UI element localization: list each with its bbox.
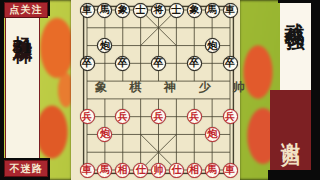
piece-卒-black: 卒 [223, 56, 238, 71]
dont-get-lost-banner: 不迷路 [4, 160, 48, 177]
piece-将-black: 将 [151, 3, 166, 18]
piece-兵-red: 兵 [187, 109, 202, 124]
piece-卒-black: 卒 [151, 56, 166, 71]
piece-象-black: 象 [115, 3, 130, 18]
piece-車-red: 車 [223, 163, 238, 178]
dont-get-lost-label: 不迷路 [10, 162, 43, 176]
piece-馬-black: 馬 [205, 3, 220, 18]
bottom-player-name: 谢岿 [278, 127, 304, 135]
piece-卒-black: 卒 [80, 56, 95, 71]
piece-兵-red: 兵 [80, 109, 95, 124]
piece-炮-black: 炮 [97, 38, 112, 53]
piece-炮-black: 炮 [205, 38, 220, 53]
top-player-name: 武俊强 [282, 7, 309, 19]
piece-馬-black: 馬 [97, 3, 112, 18]
piece-兵-red: 兵 [223, 109, 238, 124]
piece-士-black: 士 [133, 3, 148, 18]
piece-象-black: 象 [187, 3, 202, 18]
top-right-edge [278, 0, 320, 3]
left-edge-strip [0, 0, 4, 180]
piece-相-red: 相 [187, 163, 202, 178]
piece-卒-black: 卒 [115, 56, 130, 71]
follow-banner-label: 点关注 [10, 3, 43, 17]
episode-number: 31 [13, 36, 32, 58]
event-title: 杨官璘杯 [10, 21, 36, 33]
piece-兵-red: 兵 [151, 109, 166, 124]
top-player-panel: 武俊强 [280, 3, 311, 90]
piece-士-black: 士 [169, 3, 184, 18]
follow-banner: 点关注 [4, 2, 48, 18]
piece-仕-red: 仕 [169, 163, 184, 178]
piece-仕-red: 仕 [133, 163, 148, 178]
piece-炮-red: 炮 [97, 127, 112, 142]
piece-馬-red: 馬 [97, 163, 112, 178]
piece-車-red: 車 [80, 163, 95, 178]
piece-馬-red: 馬 [205, 163, 220, 178]
bottom-player-panel: 谢岿 [270, 90, 311, 172]
xiangqi-board: 象 棋 神 少 帅 車馬象士将士象馬車炮炮卒卒卒卒卒兵兵兵兵兵炮炮車馬相仕帅仕相… [71, 0, 240, 180]
piece-車-black: 車 [223, 3, 238, 18]
piece-帅-red: 帅 [151, 163, 166, 178]
piece-相-red: 相 [115, 163, 130, 178]
piece-兵-red: 兵 [115, 109, 130, 124]
video-frame: 象 棋 神 少 帅 車馬象士将士象馬車炮炮卒卒卒卒卒兵兵兵兵兵炮炮車馬相仕帅仕相… [0, 0, 320, 180]
piece-卒-black: 卒 [187, 56, 202, 71]
piece-車-black: 車 [80, 3, 95, 18]
piece-炮-red: 炮 [205, 127, 220, 142]
bottom-right-corner [268, 170, 320, 180]
right-edge-strip [311, 0, 320, 180]
event-title-panel: 杨官璘杯 31 [5, 16, 40, 160]
